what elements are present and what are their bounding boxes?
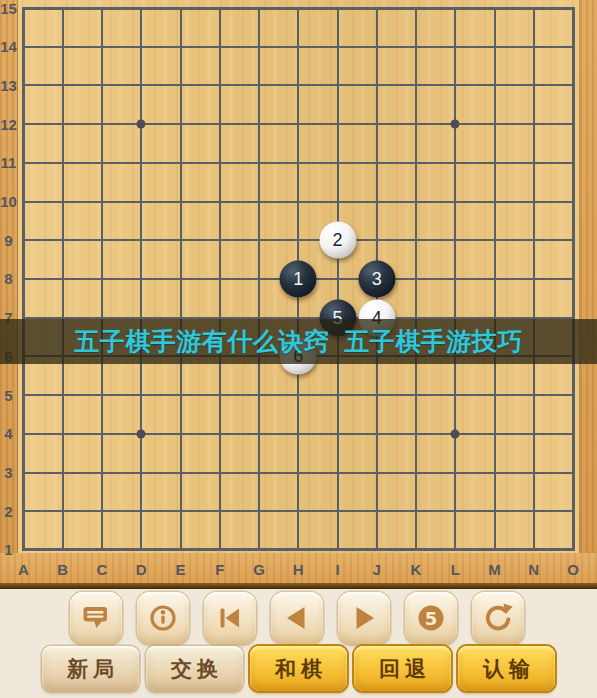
board-intersection[interactable]: [475, 183, 514, 222]
board-intersection[interactable]: [514, 453, 553, 492]
board-intersection[interactable]: [397, 105, 436, 144]
board-intersection[interactable]: [200, 453, 239, 492]
board-intersection[interactable]: [4, 492, 43, 531]
board-intersection[interactable]: [83, 376, 122, 415]
board-intersection[interactable]: [122, 453, 161, 492]
board-intersection[interactable]: [279, 376, 318, 415]
board-intersection[interactable]: [357, 531, 396, 570]
board-intersection[interactable]: [83, 105, 122, 144]
stone-number: 2: [332, 230, 342, 251]
stone-black-3: 3: [358, 260, 395, 297]
board-intersection[interactable]: [397, 144, 436, 183]
board-intersection[interactable]: [475, 260, 514, 299]
chat-button[interactable]: [70, 592, 122, 644]
board-intersection[interactable]: [43, 221, 82, 260]
board-intersection[interactable]: [240, 144, 279, 183]
board-intersection[interactable]: [200, 0, 239, 28]
info-icon: [143, 598, 183, 638]
board-intersection[interactable]: [43, 453, 82, 492]
board-intersection[interactable]: [436, 415, 475, 454]
board-intersection[interactable]: [279, 221, 318, 260]
board-intersection[interactable]: [514, 260, 553, 299]
board-intersection[interactable]: [514, 144, 553, 183]
caption-text: 五子棋手游有什么诀窍 五子棋手游技巧: [74, 325, 522, 358]
board-intersection[interactable]: [122, 531, 161, 570]
board-intersection[interactable]: [83, 453, 122, 492]
board-intersection[interactable]: [200, 531, 239, 570]
new-game-button[interactable]: 新局: [42, 646, 139, 691]
board-intersection[interactable]: [200, 221, 239, 260]
next-move-icon: [344, 598, 384, 638]
board-intersection[interactable]: [83, 531, 122, 570]
board-intersection[interactable]: [43, 144, 82, 183]
board-intersection[interactable]: [436, 66, 475, 105]
board-intersection[interactable]: [397, 376, 436, 415]
board-intersection[interactable]: [475, 221, 514, 260]
stone-black-1: 1: [280, 260, 317, 297]
board-intersection[interactable]: [436, 453, 475, 492]
board-intersection[interactable]: [554, 492, 593, 531]
board-intersection[interactable]: [475, 105, 514, 144]
board-intersection[interactable]: [161, 183, 200, 222]
board-intersection[interactable]: [436, 183, 475, 222]
board-intersection[interactable]: [514, 492, 553, 531]
board-intersection[interactable]: [475, 0, 514, 28]
board-intersection[interactable]: [4, 0, 43, 28]
board-intersection[interactable]: [397, 0, 436, 28]
board-intersection[interactable]: [318, 66, 357, 105]
previous-move-icon: [277, 598, 317, 638]
move-count-button[interactable]: 5: [405, 592, 457, 644]
board-intersection[interactable]: [4, 221, 43, 260]
board-intersection[interactable]: [318, 144, 357, 183]
skip-to-start-button[interactable]: [204, 592, 256, 644]
board-intersection[interactable]: [318, 415, 357, 454]
board-intersection[interactable]: [514, 221, 553, 260]
board-intersection[interactable]: [554, 415, 593, 454]
svg-text:5: 5: [425, 608, 438, 629]
board-intersection[interactable]: [436, 492, 475, 531]
board-intersection[interactable]: [240, 105, 279, 144]
board-intersection[interactable]: [357, 376, 396, 415]
board-intersection[interactable]: [514, 376, 553, 415]
board-intersection[interactable]: [43, 415, 82, 454]
board-intersection[interactable]: [436, 260, 475, 299]
board-intersection[interactable]: [43, 376, 82, 415]
board-intersection[interactable]: [240, 260, 279, 299]
board-intersection[interactable]: [436, 28, 475, 67]
board-intersection[interactable]: [514, 105, 553, 144]
board-intersection[interactable]: [554, 531, 593, 570]
board-intersection[interactable]: [279, 144, 318, 183]
board-intersection[interactable]: [200, 376, 239, 415]
board-intersection[interactable]: [43, 531, 82, 570]
board-intersection[interactable]: [240, 66, 279, 105]
draw-button[interactable]: 和棋: [250, 646, 347, 691]
board-intersection[interactable]: [161, 66, 200, 105]
board-intersection[interactable]: [514, 415, 553, 454]
board-intersection[interactable]: [318, 183, 357, 222]
board-intersection[interactable]: [279, 28, 318, 67]
stone-white-2: 2: [319, 222, 356, 259]
board-intersection[interactable]: [554, 105, 593, 144]
board-intersection[interactable]: [240, 183, 279, 222]
board-intersection[interactable]: [475, 453, 514, 492]
board-intersection[interactable]: [122, 66, 161, 105]
board-intersection[interactable]: [279, 531, 318, 570]
board-intersection[interactable]: [240, 28, 279, 67]
board-intersection[interactable]: [83, 144, 122, 183]
board-intersection[interactable]: [436, 0, 475, 28]
board-intersection[interactable]: [240, 376, 279, 415]
board-intersection[interactable]: [43, 0, 82, 28]
board-intersection[interactable]: [318, 531, 357, 570]
board-intersection[interactable]: [4, 376, 43, 415]
board-intersection[interactable]: [122, 492, 161, 531]
board-intersection[interactable]: [122, 0, 161, 28]
board-intersection[interactable]: [436, 531, 475, 570]
board-intersection[interactable]: [4, 260, 43, 299]
icon-toolbar: 5: [70, 592, 524, 644]
board-intersection[interactable]: [161, 105, 200, 144]
board-intersection[interactable]: [200, 144, 239, 183]
board-intersection[interactable]: [161, 0, 200, 28]
board-intersection[interactable]: [200, 105, 239, 144]
board-intersection[interactable]: [122, 221, 161, 260]
board-intersection[interactable]: [161, 28, 200, 67]
board-intersection[interactable]: [436, 221, 475, 260]
board-intersection[interactable]: [554, 144, 593, 183]
board-intersection[interactable]: [279, 453, 318, 492]
next-move-button[interactable]: [338, 592, 390, 644]
board-intersection[interactable]: [4, 531, 43, 570]
control-panel: 5 新局 交换 和棋 回退 认输: [0, 589, 597, 698]
board-intersection[interactable]: [357, 28, 396, 67]
resign-button[interactable]: 认输: [458, 646, 555, 691]
board-intersection[interactable]: [4, 66, 43, 105]
board-intersection[interactable]: [161, 453, 200, 492]
board-intersection[interactable]: [122, 144, 161, 183]
board-intersection[interactable]: [200, 415, 239, 454]
board-intersection[interactable]: [200, 66, 239, 105]
board-intersection[interactable]: [240, 221, 279, 260]
board-intersection[interactable]: [200, 28, 239, 67]
board-intersection[interactable]: [161, 531, 200, 570]
board-intersection[interactable]: [4, 453, 43, 492]
board-intersection[interactable]: [161, 492, 200, 531]
board-intersection[interactable]: [475, 144, 514, 183]
board-intersection[interactable]: [161, 221, 200, 260]
board-intersection[interactable]: [436, 144, 475, 183]
board-intersection[interactable]: [397, 492, 436, 531]
previous-move-button[interactable]: [271, 592, 323, 644]
board-intersection[interactable]: [554, 0, 593, 28]
board-intersection[interactable]: [83, 0, 122, 28]
action-bar: 新局 交换 和棋 回退 认输: [42, 646, 555, 691]
board-intersection[interactable]: [318, 453, 357, 492]
board-intersection[interactable]: [357, 183, 396, 222]
board-intersection[interactable]: [357, 221, 396, 260]
board-intersection[interactable]: [83, 260, 122, 299]
board-intersection[interactable]: [397, 66, 436, 105]
board-intersection[interactable]: [554, 221, 593, 260]
board-intersection[interactable]: [279, 105, 318, 144]
board-intersection[interactable]: [357, 453, 396, 492]
board-intersection[interactable]: [397, 453, 436, 492]
board-intersection[interactable]: [397, 183, 436, 222]
board-intersection[interactable]: [475, 531, 514, 570]
board-intersection[interactable]: [397, 531, 436, 570]
gomoku-app: 151413121110987654321 ABCDEFGHIJKLMNO 12…: [0, 0, 597, 698]
board-intersection[interactable]: [4, 144, 43, 183]
board-intersection[interactable]: [4, 28, 43, 67]
board-intersection[interactable]: [397, 221, 436, 260]
board-intersection[interactable]: [279, 183, 318, 222]
board-intersection[interactable]: [4, 105, 43, 144]
board-intersection[interactable]: [122, 415, 161, 454]
board-intersection[interactable]: [161, 415, 200, 454]
board-intersection[interactable]: [318, 28, 357, 67]
stone-number: 3: [372, 268, 382, 289]
skip-to-start-icon: [210, 598, 250, 638]
board-intersection[interactable]: [397, 260, 436, 299]
board-intersection[interactable]: [357, 105, 396, 144]
restart-button[interactable]: [472, 592, 524, 644]
board-intersection[interactable]: [83, 66, 122, 105]
board-intersection[interactable]: [122, 183, 161, 222]
board-intersection[interactable]: [279, 0, 318, 28]
board-intersection[interactable]: [318, 492, 357, 531]
board-intersection[interactable]: [475, 376, 514, 415]
board-intersection[interactable]: [554, 260, 593, 299]
board-intersection[interactable]: [554, 376, 593, 415]
board-intersection[interactable]: [4, 183, 43, 222]
board-intersection[interactable]: [514, 66, 553, 105]
board-intersection[interactable]: [279, 492, 318, 531]
board-intersection[interactable]: [43, 492, 82, 531]
board-intersection[interactable]: [357, 492, 396, 531]
board-intersection[interactable]: [357, 66, 396, 105]
board-intersection[interactable]: [200, 183, 239, 222]
board-intersection[interactable]: [318, 376, 357, 415]
board-intersection[interactable]: [240, 415, 279, 454]
board-intersection[interactable]: [279, 66, 318, 105]
board-intersection[interactable]: [279, 415, 318, 454]
board-intersection[interactable]: [4, 415, 43, 454]
board-intersection[interactable]: [554, 66, 593, 105]
board-intersection[interactable]: [554, 183, 593, 222]
info-button[interactable]: [137, 592, 189, 644]
board-intersection[interactable]: [436, 105, 475, 144]
board-intersection[interactable]: [240, 453, 279, 492]
caption-banner: 五子棋手游有什么诀窍 五子棋手游技巧: [0, 319, 597, 364]
board-intersection[interactable]: [397, 28, 436, 67]
board-intersection[interactable]: [554, 28, 593, 67]
board-intersection[interactable]: [397, 415, 436, 454]
board-intersection[interactable]: [240, 492, 279, 531]
board-intersection[interactable]: [122, 28, 161, 67]
board-area: 151413121110987654321 ABCDEFGHIJKLMNO 12…: [0, 0, 597, 589]
board-intersection[interactable]: [200, 492, 239, 531]
board-intersection[interactable]: [475, 66, 514, 105]
board-intersection[interactable]: [318, 105, 357, 144]
board-intersection[interactable]: [436, 376, 475, 415]
board-intersection[interactable]: [514, 28, 553, 67]
board-intersection[interactable]: [161, 260, 200, 299]
chat-icon: [76, 598, 116, 638]
move-count-badge: 5: [411, 598, 451, 638]
undo-button[interactable]: 回退: [354, 646, 451, 691]
swap-button[interactable]: 交换: [146, 646, 243, 691]
board-intersection[interactable]: [43, 183, 82, 222]
board-intersection[interactable]: [43, 28, 82, 67]
board-intersection[interactable]: [514, 0, 553, 28]
board-intersection[interactable]: [122, 260, 161, 299]
restart-icon: [478, 598, 518, 638]
board-intersection[interactable]: [83, 221, 122, 260]
board-intersection[interactable]: [475, 492, 514, 531]
board-intersection[interactable]: [83, 492, 122, 531]
board-intersection[interactable]: [83, 415, 122, 454]
board-intersection[interactable]: [122, 376, 161, 415]
board-intersection[interactable]: [318, 0, 357, 28]
board-intersection[interactable]: [161, 144, 200, 183]
stone-number: 1: [293, 268, 303, 289]
board-intersection[interactable]: [200, 260, 239, 299]
board-intersection[interactable]: [161, 376, 200, 415]
board-intersection[interactable]: [43, 260, 82, 299]
board-intersection[interactable]: [357, 0, 396, 28]
board-intersection[interactable]: [122, 105, 161, 144]
board-intersection[interactable]: [554, 453, 593, 492]
board-intersection[interactable]: [43, 105, 82, 144]
board-intersection[interactable]: [43, 66, 82, 105]
board-intersection[interactable]: [475, 28, 514, 67]
board-panel-divider: [0, 583, 597, 589]
board-intersection[interactable]: [357, 415, 396, 454]
board-intersection[interactable]: [83, 183, 122, 222]
board-intersection[interactable]: [357, 144, 396, 183]
board-intersection[interactable]: [240, 531, 279, 570]
board-intersection[interactable]: [514, 183, 553, 222]
board-intersection[interactable]: [514, 531, 553, 570]
board-intersection[interactable]: [83, 28, 122, 67]
board-intersection[interactable]: [318, 260, 357, 299]
board-intersection[interactable]: [240, 0, 279, 28]
board-intersection[interactable]: [475, 415, 514, 454]
